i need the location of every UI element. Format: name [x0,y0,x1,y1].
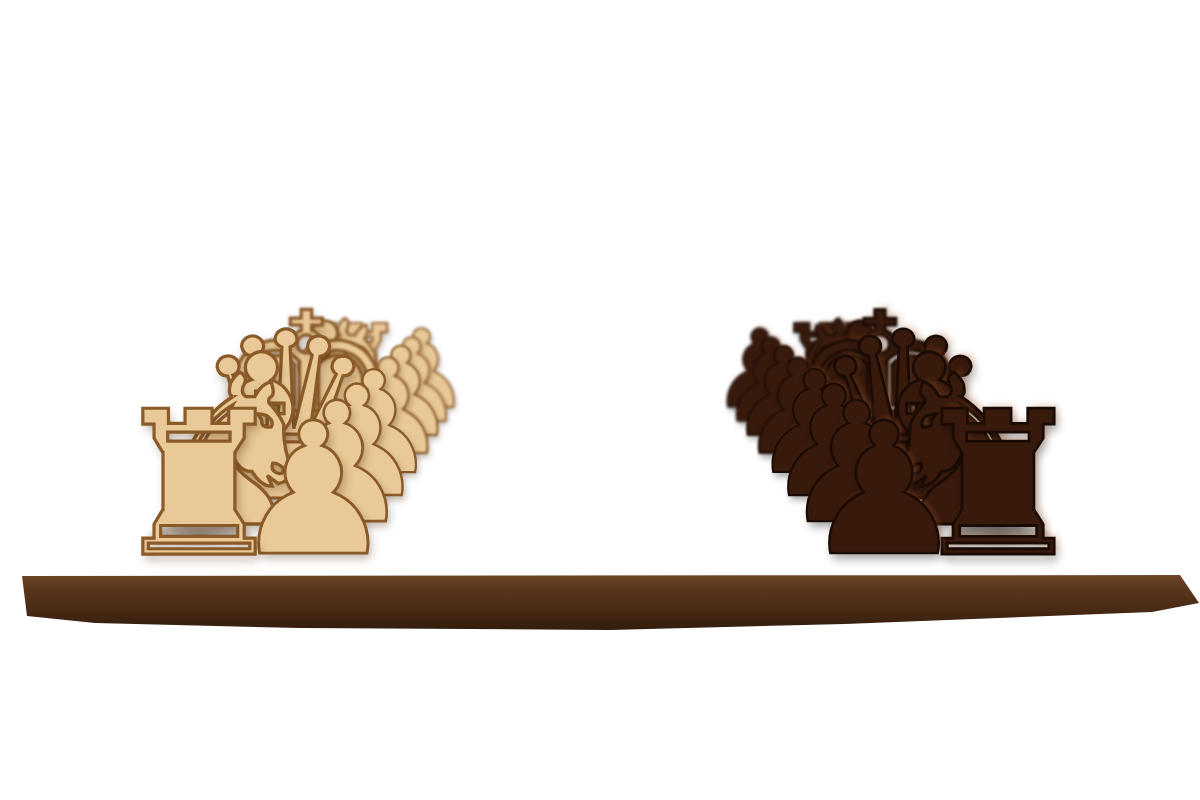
black-pawn-a7: ♟ [802,399,966,582]
pieces-layer: ♜♞♝♛♚♝♞♜♟♟♟♟♟♟♟♟♟♟♟♟♟♟♟♟♜♞♝♛♚♝♞♜ [0,0,1200,800]
white-rook-a1: ♜ [110,386,289,586]
chess-set-photo: ♜♞♝♛♚♝♞♜♟♟♟♟♟♟♟♟♟♟♟♟♟♟♟♟♜♞♝♛♚♝♞♜ [0,0,1200,800]
